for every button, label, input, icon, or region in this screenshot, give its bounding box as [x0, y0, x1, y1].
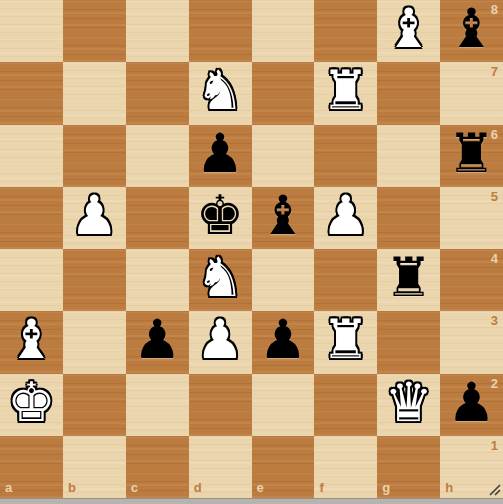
file-label-c: c [131, 481, 138, 494]
piece-white-knight[interactable]: ♞ [196, 251, 244, 305]
square-a3[interactable]: ♝ [0, 311, 63, 373]
rank-label-7: 7 [491, 65, 498, 78]
piece-black-rook[interactable]: ♜ [384, 251, 432, 305]
square-g3[interactable] [377, 311, 440, 373]
square-f3[interactable]: ♜ [314, 311, 377, 373]
square-h5[interactable]: 5 [440, 187, 503, 249]
square-g7[interactable] [377, 62, 440, 124]
square-g2[interactable]: ♛ [377, 374, 440, 436]
window-bottom-border [0, 498, 503, 504]
square-h8[interactable]: ♝8 [440, 0, 503, 62]
piece-white-king[interactable]: ♚ [7, 376, 55, 430]
piece-white-rook[interactable]: ♜ [322, 313, 370, 367]
piece-white-pawn[interactable]: ♟ [322, 189, 370, 243]
square-g6[interactable] [377, 125, 440, 187]
piece-black-pawn[interactable]: ♟ [196, 127, 244, 181]
square-h3[interactable]: 3 [440, 311, 503, 373]
resize-handle-icon[interactable] [487, 482, 501, 496]
square-b2[interactable] [63, 374, 126, 436]
square-c3[interactable]: ♟ [126, 311, 189, 373]
square-e8[interactable] [252, 0, 315, 62]
square-h4[interactable]: 4 [440, 249, 503, 311]
square-d4[interactable]: ♞ [189, 249, 252, 311]
piece-black-pawn[interactable]: ♟ [447, 376, 495, 430]
square-d8[interactable] [189, 0, 252, 62]
piece-white-pawn[interactable]: ♟ [70, 189, 118, 243]
square-e4[interactable] [252, 249, 315, 311]
square-c7[interactable] [126, 62, 189, 124]
square-f5[interactable]: ♟ [314, 187, 377, 249]
file-label-h: h [445, 481, 453, 494]
piece-white-queen[interactable]: ♛ [384, 376, 432, 430]
chess-app-window: ♝♝8♞♜7♟♜6♟♚♝♟5♞♜4♝♟♟♟♜3♚♛♟2abcdefg1h [0, 0, 503, 504]
square-c8[interactable] [126, 0, 189, 62]
square-d6[interactable]: ♟ [189, 125, 252, 187]
piece-black-king[interactable]: ♚ [196, 189, 244, 243]
piece-black-pawn[interactable]: ♟ [259, 313, 307, 367]
square-a1[interactable]: a [0, 436, 63, 498]
piece-black-bishop[interactable]: ♝ [447, 2, 495, 56]
square-e1[interactable]: e [252, 436, 315, 498]
square-c4[interactable] [126, 249, 189, 311]
file-label-f: f [319, 481, 323, 494]
square-h6[interactable]: ♜6 [440, 125, 503, 187]
square-b4[interactable] [63, 249, 126, 311]
square-d1[interactable]: d [189, 436, 252, 498]
square-d2[interactable] [189, 374, 252, 436]
chess-board: ♝♝8♞♜7♟♜6♟♚♝♟5♞♜4♝♟♟♟♜3♚♛♟2abcdefg1h [0, 0, 503, 498]
square-b5[interactable]: ♟ [63, 187, 126, 249]
rank-label-3: 3 [491, 314, 498, 327]
square-f6[interactable] [314, 125, 377, 187]
square-a4[interactable] [0, 249, 63, 311]
square-h7[interactable]: 7 [440, 62, 503, 124]
square-g5[interactable] [377, 187, 440, 249]
file-label-e: e [257, 481, 264, 494]
piece-white-bishop[interactable]: ♝ [7, 313, 55, 367]
square-a6[interactable] [0, 125, 63, 187]
square-c1[interactable]: c [126, 436, 189, 498]
rank-label-5: 5 [491, 190, 498, 203]
square-d5[interactable]: ♚ [189, 187, 252, 249]
piece-white-knight[interactable]: ♞ [196, 64, 244, 118]
square-e2[interactable] [252, 374, 315, 436]
square-b7[interactable] [63, 62, 126, 124]
square-c5[interactable] [126, 187, 189, 249]
rank-label-4: 4 [491, 252, 498, 265]
square-f8[interactable] [314, 0, 377, 62]
square-f7[interactable]: ♜ [314, 62, 377, 124]
square-g1[interactable]: g [377, 436, 440, 498]
square-e7[interactable] [252, 62, 315, 124]
square-b8[interactable] [63, 0, 126, 62]
square-e3[interactable]: ♟ [252, 311, 315, 373]
file-label-a: a [5, 481, 12, 494]
square-c6[interactable] [126, 125, 189, 187]
square-a8[interactable] [0, 0, 63, 62]
square-b1[interactable]: b [63, 436, 126, 498]
file-label-b: b [68, 481, 76, 494]
square-f1[interactable]: f [314, 436, 377, 498]
square-d7[interactable]: ♞ [189, 62, 252, 124]
square-a5[interactable] [0, 187, 63, 249]
square-a2[interactable]: ♚ [0, 374, 63, 436]
square-f4[interactable] [314, 249, 377, 311]
piece-white-rook[interactable]: ♜ [322, 64, 370, 118]
piece-black-bishop[interactable]: ♝ [259, 189, 307, 243]
square-g8[interactable]: ♝ [377, 0, 440, 62]
piece-white-bishop[interactable]: ♝ [384, 2, 432, 56]
square-h2[interactable]: ♟2 [440, 374, 503, 436]
square-e5[interactable]: ♝ [252, 187, 315, 249]
file-label-g: g [382, 481, 390, 494]
square-f2[interactable] [314, 374, 377, 436]
piece-black-pawn[interactable]: ♟ [133, 313, 181, 367]
square-e6[interactable] [252, 125, 315, 187]
rank-label-1: 1 [491, 439, 498, 452]
square-g4[interactable]: ♜ [377, 249, 440, 311]
piece-black-rook[interactable]: ♜ [447, 127, 495, 181]
square-b3[interactable] [63, 311, 126, 373]
square-b6[interactable] [63, 125, 126, 187]
square-c2[interactable] [126, 374, 189, 436]
piece-white-pawn[interactable]: ♟ [196, 313, 244, 367]
square-a7[interactable] [0, 62, 63, 124]
file-label-d: d [194, 481, 202, 494]
square-d3[interactable]: ♟ [189, 311, 252, 373]
